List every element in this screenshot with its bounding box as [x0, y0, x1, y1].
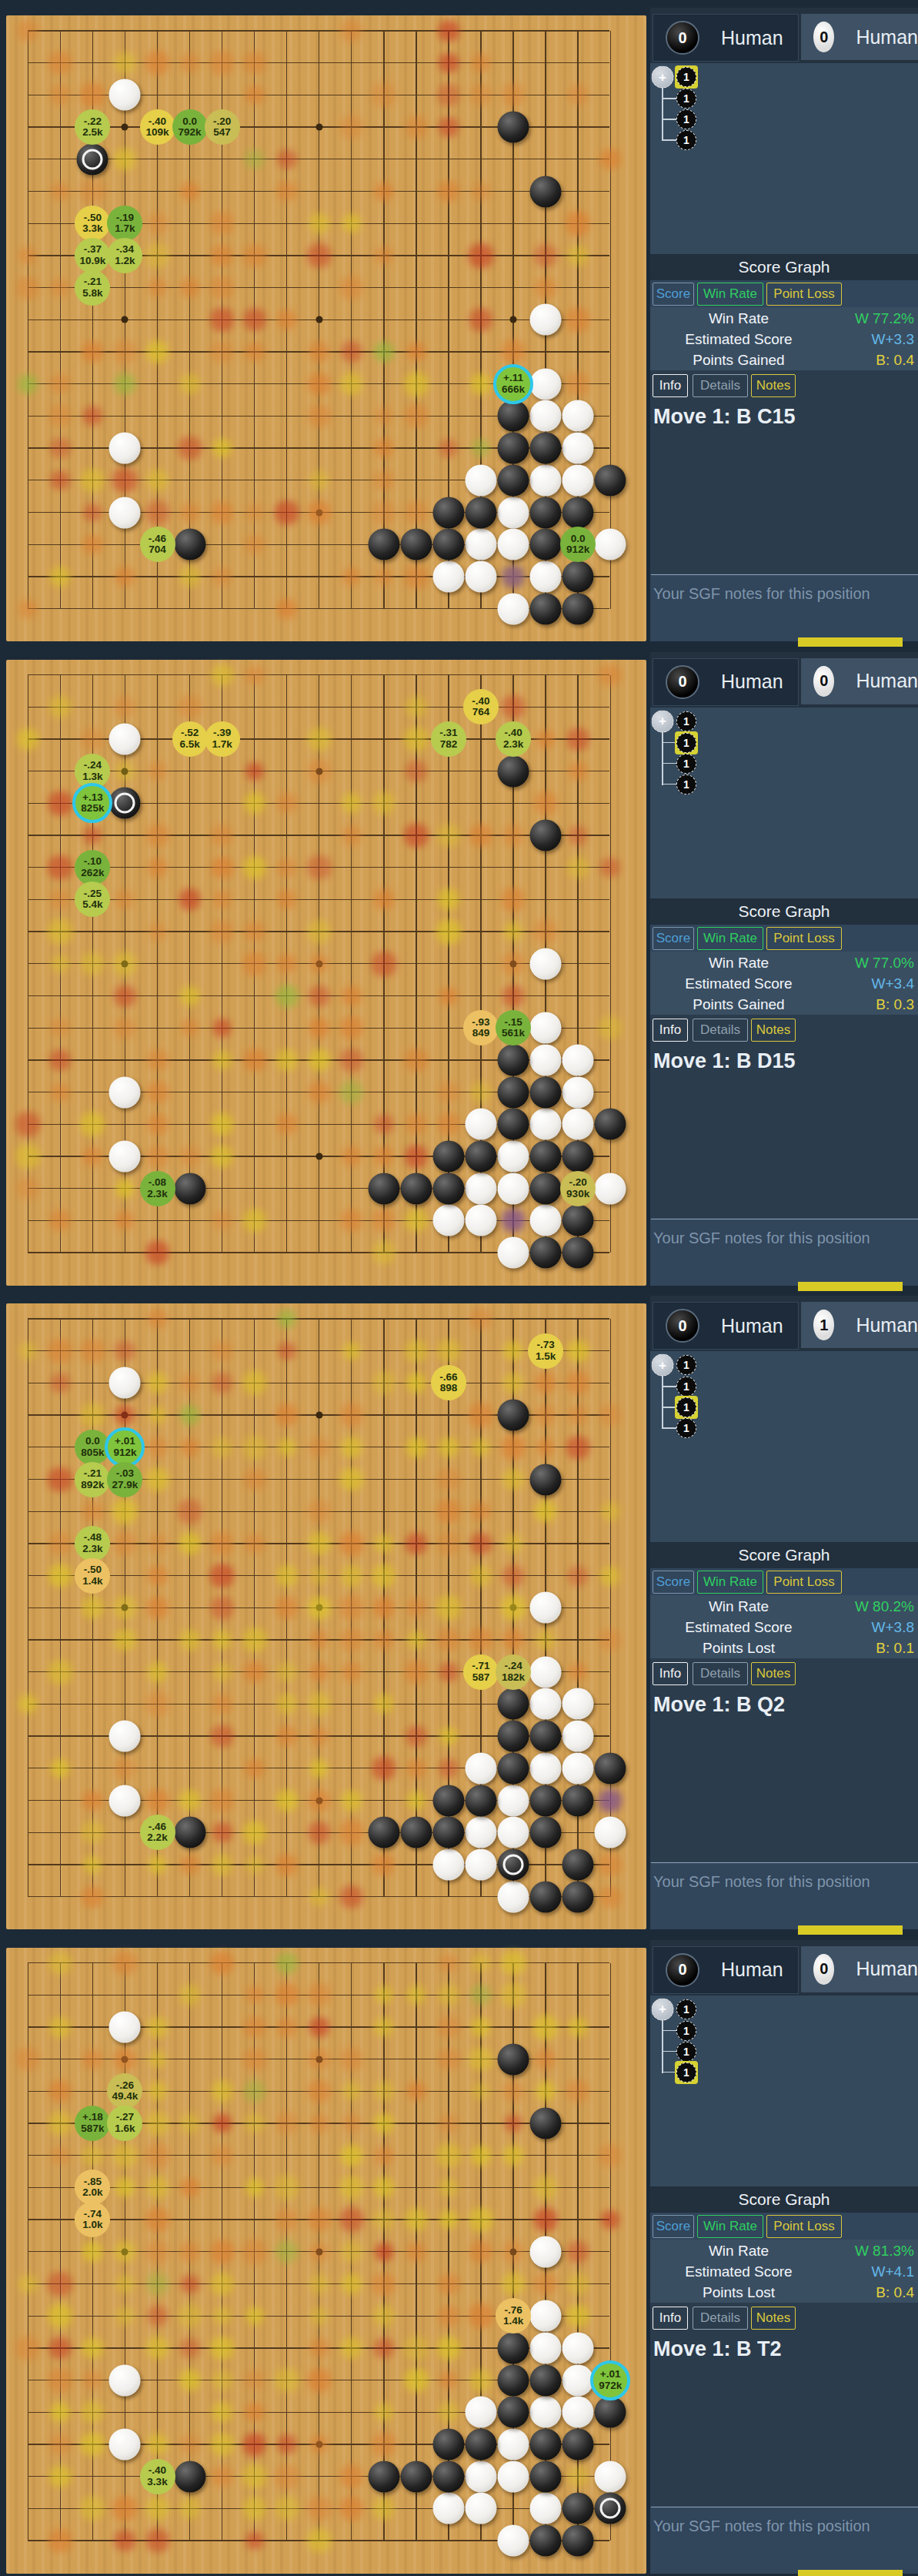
notes-divider	[651, 1862, 918, 1863]
policy-heat-dot	[242, 1628, 266, 1651]
candidate-move[interactable]: -.2649.4k	[107, 2073, 142, 2109]
white-stone	[562, 1109, 594, 1140]
white-captures-count: 0	[813, 666, 834, 697]
black-stone	[530, 176, 562, 207]
policy-heat-dot	[115, 1406, 135, 1425]
policy-heat-dot	[179, 1630, 200, 1651]
policy-heat-dot	[81, 1112, 105, 1136]
policy-heat-dot	[82, 342, 103, 363]
tree-move-node[interactable]: 1	[676, 2021, 696, 2041]
policy-heat-dot	[309, 1018, 329, 1038]
info-tab-notes[interactable]: Notes	[751, 374, 796, 397]
black-captures-count: 0	[666, 665, 699, 699]
black-stone	[498, 1109, 529, 1140]
candidate-visits: 2.3k	[82, 1544, 102, 1555]
info-tab-details[interactable]: Details	[693, 1019, 748, 1042]
tree-move-node[interactable]: 1	[676, 1355, 696, 1375]
tree-move-node[interactable]: 1	[676, 67, 696, 87]
player-card-white[interactable]: 0Human	[801, 14, 918, 60]
policy-heat-dot	[504, 922, 522, 941]
policy-heat-dot	[179, 1985, 199, 2005]
graph-tab-point-loss[interactable]: Point Loss	[766, 1571, 842, 1594]
last-move-marker	[82, 149, 103, 169]
candidate-move[interactable]: -.0327.9k	[107, 1462, 142, 1497]
policy-heat-dot	[81, 1403, 104, 1427]
policy-heat-dot	[405, 2368, 429, 2392]
policy-heat-dot	[213, 891, 232, 909]
policy-heat-dot	[308, 1822, 330, 1844]
white-stone	[109, 723, 141, 754]
tree-move-node[interactable]: 1	[676, 1999, 696, 2019]
policy-heat-dot	[407, 1791, 426, 1809]
policy-heat-dot	[340, 1049, 363, 1072]
policy-heat-dot	[49, 52, 72, 74]
black-stone	[498, 433, 529, 464]
candidate-move[interactable]: -.501.4k	[75, 1558, 110, 1594]
policy-heat-dot	[436, 2143, 461, 2168]
policy-heat-dot	[148, 278, 167, 297]
tree-move-node[interactable]: 1	[676, 774, 696, 795]
candidate-move[interactable]: -.46704	[140, 527, 175, 562]
black-stone	[174, 1173, 205, 1204]
policy-heat-dot	[309, 985, 329, 1006]
candidate-move[interactable]: -.40764	[463, 689, 499, 724]
sgf-notes-input[interactable]: Your SGF notes for this position	[653, 585, 918, 603]
policy-heat-dot	[212, 2307, 231, 2325]
candidate-loss: -.24	[84, 760, 102, 771]
points-row-label: Points Gained	[650, 996, 827, 1013]
candidate-move[interactable]: +.18587k	[75, 2106, 110, 2141]
policy-heat-dot	[145, 1692, 169, 1716]
policy-heat-dot	[470, 2370, 492, 2391]
white-stone	[466, 1817, 497, 1848]
tree-move-node[interactable]: 1	[676, 1418, 696, 1438]
policy-heat-dot	[404, 823, 428, 847]
policy-heat-dot	[180, 53, 200, 73]
black-stone	[562, 497, 594, 528]
info-tab-notes[interactable]: Notes	[751, 1019, 796, 1042]
candidate-move[interactable]: -.21892k	[75, 1462, 110, 1497]
policy-heat-dot	[179, 1146, 200, 1166]
tree-move-node[interactable]: 1	[676, 1377, 696, 1397]
white-stone	[595, 2461, 626, 2492]
candidate-move[interactable]: -.731.5k	[528, 1333, 563, 1369]
white-stone	[109, 1721, 141, 1752]
tree-move-node[interactable]: 1	[676, 733, 696, 753]
black-stone	[562, 2493, 594, 2524]
tree-root-node[interactable]: +	[652, 1354, 674, 1377]
candidate-move[interactable]: -.24182k	[496, 1654, 531, 1690]
black-stone	[174, 2461, 205, 2492]
white-stone	[466, 2493, 497, 2524]
white-stone	[109, 79, 141, 111]
candidate-visits: 3.3k	[82, 223, 102, 235]
black-stone	[466, 1141, 497, 1173]
policy-heat-dot	[374, 1146, 394, 1166]
info-tab-notes[interactable]: Notes	[751, 2307, 796, 2330]
policy-heat-dot	[372, 2433, 396, 2457]
policy-heat-dot	[82, 1597, 103, 1618]
graph-tab-win-rate[interactable]: Win Rate	[697, 2215, 763, 2238]
player-card-black[interactable]: 0Human	[653, 658, 799, 706]
move-info-text: Move 1: B C15	[653, 405, 796, 429]
policy-heat-dot	[211, 1113, 233, 1136]
policy-heat-dot	[436, 1531, 460, 1555]
policy-heat-dot	[245, 85, 264, 104]
policy-heat-dot	[242, 1371, 265, 1394]
candidate-loss: -.22	[84, 116, 102, 128]
candidate-move[interactable]: -.93849	[463, 1010, 499, 1045]
policy-heat-dot	[439, 2273, 459, 2294]
candidate-move[interactable]: -.66898	[431, 1365, 466, 1400]
sgf-notes-input[interactable]: Your SGF notes for this position	[653, 1229, 918, 1247]
policy-heat-dot	[243, 1821, 265, 1843]
win-rate-row: Win RateW 81.3%	[650, 2241, 918, 2261]
sgf-notes-input[interactable]: Your SGF notes for this position	[653, 1873, 918, 1891]
candidate-loss: -.50	[84, 1564, 102, 1576]
candidate-move[interactable]: -.761.4k	[496, 2298, 531, 2333]
policy-heat-dot	[470, 84, 492, 105]
policy-heat-dot	[375, 2403, 393, 2421]
policy-heat-dot	[405, 2209, 427, 2231]
white-stone	[432, 2493, 464, 2524]
last-move-black-stone	[595, 2493, 626, 2524]
policy-heat-dot	[502, 825, 524, 846]
policy-heat-dot	[405, 1145, 428, 1168]
policy-heat-dot	[212, 664, 233, 685]
tree-move-node[interactable]: 1	[676, 130, 696, 150]
policy-heat-dot	[372, 952, 396, 976]
policy-heat-dot	[600, 858, 619, 877]
candidate-move[interactable]: -.222.5k	[75, 109, 110, 145]
tree-move-node[interactable]: 1	[676, 109, 696, 129]
hoshi-point	[315, 124, 322, 131]
white-player-name: Human	[856, 1958, 918, 1980]
policy-heat-dot	[48, 1339, 72, 1363]
white-stone	[498, 2429, 529, 2461]
info-tab-info[interactable]: Info	[653, 1019, 688, 1042]
estimated-score-row: Estimated ScoreW+3.8	[650, 1618, 918, 1638]
candidate-move[interactable]: 0.0792k	[172, 109, 208, 145]
candidate-loss: -.40	[504, 728, 522, 739]
candidate-move[interactable]: 0.0912k	[560, 527, 596, 562]
estimated-score-row: Estimated ScoreW+3.3	[650, 330, 918, 350]
candidate-move[interactable]: -.391.7k	[205, 721, 240, 757]
candidate-visits: 1.7k	[115, 223, 135, 235]
candidate-visits: 805k	[81, 1447, 104, 1459]
black-captures-count: 0	[666, 21, 699, 55]
policy-heat-dot	[534, 920, 558, 944]
candidate-move[interactable]: +.01972k	[590, 2360, 630, 2400]
win-rate-row-value: W 77.0%	[827, 955, 918, 972]
policy-heat-dot	[308, 920, 331, 943]
candidate-move[interactable]: -.215.8k	[75, 270, 110, 306]
white-stone	[466, 560, 497, 592]
policy-heat-dot	[439, 439, 457, 457]
tree-move-node[interactable]: 1	[676, 711, 696, 731]
win-rate-row-label: Win Rate	[650, 955, 827, 972]
tree-move-node[interactable]: 1	[676, 2062, 696, 2083]
info-tab-details[interactable]: Details	[693, 374, 748, 397]
graph-tab-score[interactable]: Score	[653, 2215, 694, 2238]
policy-heat-dot	[243, 2497, 266, 2521]
player-card-white[interactable]: 0Human	[801, 658, 918, 704]
policy-heat-dot	[438, 2016, 460, 2038]
white-stone	[109, 497, 141, 528]
policy-heat-dot	[210, 1951, 234, 1975]
info-tab-info[interactable]: Info	[653, 1662, 688, 1685]
policy-heat-dot	[567, 2273, 589, 2294]
policy-heat-dot	[50, 2434, 70, 2454]
policy-heat-dot	[212, 2081, 233, 2103]
black-stone	[498, 400, 529, 432]
white-stone	[530, 1656, 562, 1688]
black-stone	[498, 2364, 529, 2396]
candidate-visits: 912k	[566, 544, 589, 556]
policy-heat-dot	[245, 2403, 264, 2422]
policy-heat-dot	[19, 246, 37, 264]
player-card-black[interactable]: 0Human	[653, 1302, 799, 1350]
candidate-move[interactable]: -.741.0k	[75, 2202, 110, 2237]
hoshi-point	[122, 316, 129, 323]
policy-heat-dot	[404, 372, 428, 396]
policy-heat-dot	[372, 1564, 396, 1587]
candidate-visits: 792k	[179, 127, 202, 139]
info-tab-info[interactable]: Info	[653, 2307, 688, 2330]
policy-heat-dot	[342, 2082, 361, 2100]
black-stone	[400, 1817, 432, 1848]
policy-heat-dot	[113, 1499, 138, 1524]
policy-heat-dot	[472, 54, 490, 72]
candidate-move[interactable]: -.852.0k	[75, 2170, 110, 2205]
policy-heat-dot	[599, 2144, 622, 2166]
policy-heat-dot	[503, 1373, 523, 1393]
info-tab-details[interactable]: Details	[693, 2307, 748, 2330]
estimated-score-row-label: Estimated Score	[650, 2263, 827, 2280]
graph-tab-score[interactable]: Score	[653, 283, 694, 306]
tree-root-node[interactable]: +	[652, 1998, 674, 2020]
policy-heat-dot	[82, 952, 105, 975]
info-tab-details[interactable]: Details	[693, 1662, 748, 1685]
policy-heat-dot	[407, 343, 426, 361]
candidate-move[interactable]: -.482.3k	[75, 1526, 110, 1561]
candidate-move[interactable]: +.11666k	[493, 364, 533, 404]
white-stone	[498, 2525, 529, 2557]
candidate-move[interactable]: -.341.2k	[107, 238, 142, 273]
tree-root-node[interactable]: +	[652, 710, 674, 732]
black-stone	[530, 2108, 562, 2139]
candidate-loss: -.76	[504, 2305, 522, 2317]
policy-heat-dot	[243, 856, 265, 878]
candidate-move[interactable]: -.10262k	[75, 850, 110, 885]
black-stone	[530, 1173, 562, 1204]
candidate-visits: 1.6k	[115, 2123, 135, 2135]
tree-move-node[interactable]: 1	[676, 89, 696, 109]
policy-heat-dot	[308, 404, 331, 427]
policy-heat-dot	[181, 1438, 199, 1456]
candidate-visits: 561k	[502, 1028, 525, 1039]
policy-heat-dot	[470, 373, 491, 394]
candidate-move[interactable]: -.20547	[205, 109, 240, 145]
move-tree[interactable]: 1111+	[650, 63, 918, 254]
policy-heat-dot	[84, 503, 102, 521]
policy-heat-dot	[243, 309, 265, 331]
white-stone	[466, 1848, 497, 1880]
black-stone	[562, 1237, 594, 1269]
policy-heat-dot	[115, 373, 135, 394]
player-card-white[interactable]: 1Human	[801, 1302, 918, 1348]
candidate-loss: -.24	[504, 1661, 522, 1672]
policy-heat-dot	[472, 439, 490, 457]
policy-heat-dot	[52, 2146, 69, 2164]
graph-tab-score[interactable]: Score	[653, 927, 694, 950]
candidate-move[interactable]: -.255.4k	[75, 882, 110, 917]
policy-heat-dot	[146, 1597, 168, 1618]
candidate-move[interactable]: -.462.2k	[140, 1815, 175, 1850]
move-tree[interactable]: 1111+	[650, 1996, 918, 2186]
black-stone	[498, 1721, 529, 1752]
policy-heat-dot	[341, 341, 362, 362]
candidate-move[interactable]: -.082.3k	[140, 1171, 175, 1206]
policy-heat-dot	[308, 500, 331, 524]
candidate-move[interactable]: -.31782	[431, 721, 466, 757]
policy-heat-dot	[277, 793, 297, 813]
candidate-loss: -.20	[569, 1177, 587, 1189]
policy-heat-dot	[308, 1983, 331, 2006]
policy-heat-dot	[51, 470, 70, 490]
candidate-move[interactable]: -.271.6k	[107, 2106, 142, 2141]
graph-tab-win-rate[interactable]: Win Rate	[697, 283, 763, 306]
info-zone-bg	[650, 2303, 918, 2506]
white-stone	[530, 1012, 562, 1044]
policy-heat-dot	[212, 1822, 232, 1842]
white-stone	[498, 1141, 529, 1173]
policy-heat-dot	[115, 2178, 134, 2196]
graph-tab-point-loss[interactable]: Point Loss	[766, 927, 842, 950]
white-stone	[562, 1044, 594, 1076]
policy-heat-dot	[245, 1986, 263, 2004]
policy-heat-dot	[437, 1340, 460, 1363]
policy-heat-dot	[147, 1114, 167, 1134]
move-tree[interactable]: 1111+	[650, 708, 918, 898]
player-card-black[interactable]: 0Human	[653, 1946, 799, 1994]
policy-heat-dot	[147, 2306, 167, 2326]
candidate-loss: -.85	[84, 2176, 102, 2188]
policy-heat-dot	[145, 2240, 169, 2264]
tree-move-node[interactable]: 1	[676, 2042, 696, 2062]
candidate-move[interactable]: +.13825k	[72, 783, 112, 823]
policy-heat-dot	[146, 470, 169, 492]
policy-heat-dot	[439, 53, 459, 73]
graph-tab-win-rate[interactable]: Win Rate	[697, 927, 763, 950]
tree-move-node[interactable]: 1	[676, 1397, 696, 1417]
policy-heat-dot	[51, 1759, 69, 1778]
policy-heat-dot	[50, 2017, 71, 2038]
graph-tab-point-loss[interactable]: Point Loss	[766, 283, 842, 306]
candidate-move[interactable]: -.402.3k	[496, 721, 531, 757]
player-card-black[interactable]: 0Human	[653, 14, 799, 62]
policy-heat-dot	[18, 2274, 38, 2293]
policy-heat-dot	[243, 1049, 265, 1071]
info-tab-info[interactable]: Info	[653, 374, 688, 397]
candidate-visits: 704	[149, 544, 166, 556]
candidate-move[interactable]: -.71587	[463, 1654, 499, 1690]
candidate-move[interactable]: -.503.3k	[75, 206, 110, 241]
policy-heat-dot	[309, 1049, 330, 1071]
policy-heat-dot	[310, 2435, 328, 2453]
graph-tab-win-rate[interactable]: Win Rate	[697, 1571, 763, 1594]
policy-heat-dot	[374, 2081, 394, 2101]
black-stone	[562, 2525, 594, 2557]
candidate-move[interactable]: -.20930k	[560, 1171, 596, 1206]
policy-heat-dot	[81, 469, 104, 492]
policy-heat-dot	[113, 952, 137, 975]
policy-heat-dot	[536, 2082, 555, 2100]
policy-heat-dot	[501, 1982, 526, 2007]
policy-heat-dot	[502, 1565, 524, 1587]
policy-heat-dot	[18, 374, 38, 393]
policy-heat-dot	[569, 1406, 588, 1425]
policy-heat-dot	[374, 2146, 393, 2165]
policy-heat-dot	[535, 1373, 556, 1393]
policy-heat-dot	[406, 697, 426, 717]
candidate-move[interactable]: -.40109k	[140, 109, 175, 145]
white-stone	[466, 1173, 497, 1204]
white-stone	[498, 1785, 529, 1816]
black-player-name: Human	[721, 1959, 783, 1981]
ownership-dot	[502, 1209, 525, 1232]
policy-heat-dot	[181, 1019, 199, 1037]
policy-heat-dot	[180, 278, 199, 297]
candidate-visits: 2.3k	[147, 1189, 167, 1200]
candidate-move[interactable]: -.15561k	[496, 1010, 531, 1045]
graph-tab-point-loss[interactable]: Point Loss	[766, 2215, 842, 2238]
policy-heat-dot	[405, 501, 428, 524]
tree-move-node[interactable]: 1	[676, 754, 696, 774]
candidate-move[interactable]: -.526.5k	[172, 721, 208, 757]
sgf-notes-input[interactable]: Your SGF notes for this position	[653, 2517, 918, 2535]
candidate-move[interactable]: -.191.7k	[107, 206, 142, 241]
win-rate-row-label: Win Rate	[650, 310, 827, 327]
player-card-white[interactable]: 0Human	[801, 1946, 918, 1992]
policy-heat-dot	[308, 373, 330, 395]
policy-heat-dot	[406, 1533, 427, 1554]
candidate-loss: -.37	[84, 244, 102, 256]
policy-heat-dot	[275, 2464, 299, 2488]
policy-heat-dot	[309, 2049, 330, 2070]
tree-root-node[interactable]: +	[652, 66, 674, 89]
candidate-move[interactable]: -.3710.9k	[75, 238, 110, 273]
black-stone	[562, 1141, 594, 1173]
policy-heat-dot	[372, 500, 396, 524]
graph-tab-score[interactable]: Score	[653, 1571, 694, 1594]
candidate-loss: -.21	[84, 276, 102, 288]
policy-heat-dot	[210, 1564, 235, 1588]
policy-heat-dot	[48, 1467, 73, 1492]
policy-heat-dot	[438, 1082, 459, 1102]
policy-heat-dot	[375, 246, 392, 264]
black-player-name: Human	[721, 27, 783, 49]
policy-heat-dot	[114, 2048, 136, 2070]
black-stone	[400, 1173, 432, 1204]
black-stone	[530, 1237, 562, 1269]
info-tab-notes[interactable]: Notes	[751, 1662, 796, 1685]
policy-heat-dot	[49, 405, 72, 427]
move-tree[interactable]: 1111+	[650, 1351, 918, 1542]
policy-heat-dot	[49, 2529, 72, 2551]
black-player-name: Human	[721, 671, 783, 693]
candidate-move[interactable]: -.403.3k	[140, 2459, 175, 2494]
